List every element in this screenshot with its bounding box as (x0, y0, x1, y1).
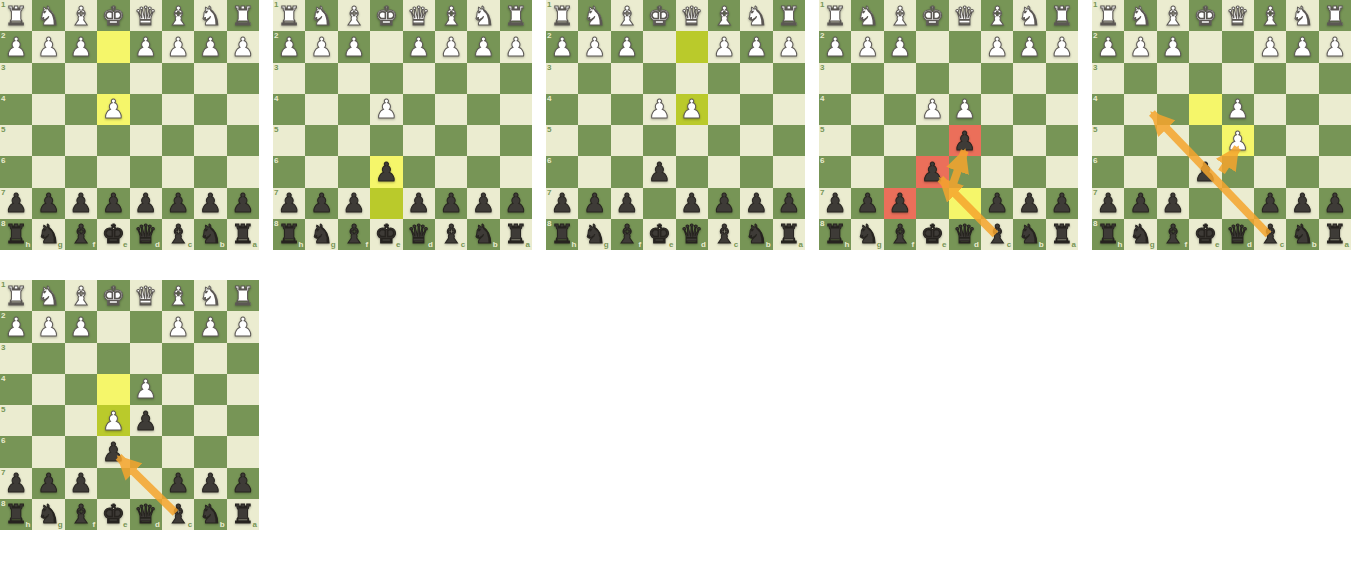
white-pawn[interactable]: ♟ (1097, 34, 1120, 60)
square-d4[interactable]: ♟ (130, 374, 162, 405)
square-c7[interactable]: ♟ (162, 188, 194, 219)
square-h3[interactable]: 3 (819, 63, 851, 94)
square-h1[interactable]: 1♜ (546, 0, 578, 31)
black-pawn[interactable]: ♟ (1050, 190, 1073, 216)
square-a6[interactable] (1046, 156, 1078, 187)
white-king[interactable]: ♚ (102, 283, 125, 309)
white-bishop[interactable]: ♝ (888, 3, 911, 29)
white-pawn[interactable]: ♟ (1291, 34, 1314, 60)
square-h1[interactable]: 1♜ (1092, 0, 1124, 31)
square-c8[interactable]: c♝ (162, 499, 194, 530)
black-rook[interactable]: ♜ (278, 221, 301, 247)
white-pawn[interactable]: ♟ (166, 34, 189, 60)
square-d7[interactable] (949, 188, 981, 219)
black-pawn[interactable]: ♟ (583, 190, 606, 216)
white-pawn[interactable]: ♟ (583, 34, 606, 60)
square-b6[interactable] (740, 156, 772, 187)
square-b5[interactable] (1013, 125, 1045, 156)
square-f5[interactable] (611, 125, 643, 156)
square-d7[interactable] (130, 468, 162, 499)
square-g4[interactable] (32, 374, 64, 405)
square-c1[interactable]: ♝ (162, 280, 194, 311)
square-b4[interactable] (1286, 94, 1318, 125)
white-pawn[interactable]: ♟ (439, 34, 462, 60)
black-pawn[interactable]: ♟ (278, 190, 301, 216)
square-g3[interactable] (32, 63, 64, 94)
square-d5[interactable]: ♟ (130, 405, 162, 436)
white-pawn[interactable]: ♟ (5, 314, 28, 340)
white-knight[interactable]: ♞ (37, 3, 60, 29)
square-c6[interactable] (1254, 156, 1286, 187)
square-b1[interactable]: ♞ (194, 0, 226, 31)
white-queen[interactable]: ♛ (134, 283, 157, 309)
white-knight[interactable]: ♞ (199, 3, 222, 29)
black-queen[interactable]: ♛ (134, 221, 157, 247)
square-e5[interactable] (643, 125, 675, 156)
square-b1[interactable]: ♞ (467, 0, 499, 31)
black-pawn[interactable]: ♟ (1323, 190, 1346, 216)
black-pawn[interactable]: ♟ (824, 190, 847, 216)
square-e8[interactable]: e♚ (97, 219, 129, 250)
square-a3[interactable] (1046, 63, 1078, 94)
square-g2[interactable]: ♟ (32, 31, 64, 62)
square-c1[interactable]: ♝ (708, 0, 740, 31)
square-c7[interactable]: ♟ (1254, 188, 1286, 219)
black-bishop[interactable]: ♝ (342, 221, 365, 247)
black-queen[interactable]: ♛ (1226, 221, 1249, 247)
square-f2[interactable]: ♟ (1157, 31, 1189, 62)
square-b5[interactable] (1286, 125, 1318, 156)
square-h7[interactable]: 7♟ (273, 188, 305, 219)
white-pawn[interactable]: ♟ (504, 34, 527, 60)
black-rook[interactable]: ♜ (231, 501, 254, 527)
square-c4[interactable] (981, 94, 1013, 125)
square-e3[interactable] (370, 63, 402, 94)
square-g8[interactable]: g♞ (851, 219, 883, 250)
square-d8[interactable]: d♛ (130, 499, 162, 530)
black-king[interactable]: ♚ (648, 221, 671, 247)
black-pawn[interactable]: ♟ (985, 190, 1008, 216)
square-d5[interactable]: ♟ (1222, 125, 1254, 156)
square-b7[interactable]: ♟ (1013, 188, 1045, 219)
square-c5[interactable] (162, 405, 194, 436)
square-d6[interactable] (130, 156, 162, 187)
square-f3[interactable] (65, 343, 97, 374)
square-f1[interactable]: ♝ (338, 0, 370, 31)
black-pawn[interactable]: ♟ (134, 408, 157, 434)
square-e5[interactable] (97, 125, 129, 156)
square-g7[interactable]: ♟ (32, 188, 64, 219)
square-a2[interactable]: ♟ (1046, 31, 1078, 62)
square-a2[interactable]: ♟ (500, 31, 532, 62)
square-g6[interactable] (851, 156, 883, 187)
white-pawn[interactable]: ♟ (69, 314, 92, 340)
square-g8[interactable]: g♞ (32, 499, 64, 530)
square-e7[interactable]: ♟ (97, 188, 129, 219)
square-g3[interactable] (851, 63, 883, 94)
square-d6[interactable] (130, 436, 162, 467)
square-a1[interactable]: ♜ (227, 0, 259, 31)
square-f3[interactable] (65, 63, 97, 94)
black-rook[interactable]: ♜ (777, 221, 800, 247)
square-e6[interactable]: ♟ (1189, 156, 1221, 187)
black-pawn[interactable]: ♟ (37, 190, 60, 216)
white-rook[interactable]: ♜ (777, 3, 800, 29)
white-pawn[interactable]: ♟ (921, 96, 944, 122)
black-king[interactable]: ♚ (102, 221, 125, 247)
square-a5[interactable] (500, 125, 532, 156)
square-c4[interactable] (1254, 94, 1286, 125)
white-king[interactable]: ♚ (648, 3, 671, 29)
square-c3[interactable] (162, 343, 194, 374)
square-a2[interactable]: ♟ (227, 31, 259, 62)
square-d8[interactable]: d♛ (403, 219, 435, 250)
white-bishop[interactable]: ♝ (1161, 3, 1184, 29)
square-f2[interactable]: ♟ (65, 311, 97, 342)
square-f3[interactable] (884, 63, 916, 94)
square-a5[interactable] (1046, 125, 1078, 156)
black-pawn[interactable]: ♟ (504, 190, 527, 216)
square-g5[interactable] (305, 125, 337, 156)
square-c8[interactable]: c♝ (981, 219, 1013, 250)
square-a1[interactable]: ♜ (1046, 0, 1078, 31)
square-f5[interactable] (65, 125, 97, 156)
square-h7[interactable]: 7♟ (1092, 188, 1124, 219)
square-b8[interactable]: b♞ (740, 219, 772, 250)
square-h6[interactable]: 6 (0, 436, 32, 467)
black-pawn[interactable]: ♟ (1258, 190, 1281, 216)
black-rook[interactable]: ♜ (1323, 221, 1346, 247)
square-f8[interactable]: f♝ (611, 219, 643, 250)
square-c3[interactable] (981, 63, 1013, 94)
square-f4[interactable] (884, 94, 916, 125)
square-f8[interactable]: f♝ (338, 219, 370, 250)
white-pawn[interactable]: ♟ (1226, 128, 1249, 154)
square-f8[interactable]: f♝ (884, 219, 916, 250)
square-h7[interactable]: 7♟ (0, 468, 32, 499)
square-f5[interactable] (65, 405, 97, 436)
square-d6[interactable] (949, 156, 981, 187)
black-pawn[interactable]: ♟ (1018, 190, 1041, 216)
square-g1[interactable]: ♞ (851, 0, 883, 31)
black-rook[interactable]: ♜ (5, 221, 28, 247)
black-pawn[interactable]: ♟ (745, 190, 768, 216)
white-pawn[interactable]: ♟ (199, 34, 222, 60)
black-king[interactable]: ♚ (102, 501, 125, 527)
square-h3[interactable]: 3 (273, 63, 305, 94)
white-knight[interactable]: ♞ (1291, 3, 1314, 29)
square-b6[interactable] (194, 156, 226, 187)
square-f2[interactable]: ♟ (611, 31, 643, 62)
square-a5[interactable] (773, 125, 805, 156)
square-e1[interactable]: ♚ (97, 0, 129, 31)
white-pawn[interactable]: ♟ (231, 34, 254, 60)
square-f7[interactable]: ♟ (65, 188, 97, 219)
black-king[interactable]: ♚ (921, 221, 944, 247)
square-g8[interactable]: g♞ (1124, 219, 1156, 250)
black-pawn[interactable]: ♟ (856, 190, 879, 216)
black-pawn[interactable]: ♟ (1097, 190, 1120, 216)
square-d6[interactable] (403, 156, 435, 187)
square-b8[interactable]: b♞ (1013, 219, 1045, 250)
black-pawn[interactable]: ♟ (777, 190, 800, 216)
square-h1[interactable]: 1♜ (819, 0, 851, 31)
square-a3[interactable] (1319, 63, 1351, 94)
square-a6[interactable] (1319, 156, 1351, 187)
black-bishop[interactable]: ♝ (888, 221, 911, 247)
square-h2[interactable]: 2♟ (0, 31, 32, 62)
square-a5[interactable] (227, 405, 259, 436)
square-b7[interactable]: ♟ (467, 188, 499, 219)
black-pawn[interactable]: ♟ (342, 190, 365, 216)
square-f6[interactable] (884, 156, 916, 187)
white-pawn[interactable]: ♟ (551, 34, 574, 60)
square-a4[interactable] (1046, 94, 1078, 125)
black-rook[interactable]: ♜ (551, 221, 574, 247)
black-king[interactable]: ♚ (375, 221, 398, 247)
square-g7[interactable]: ♟ (305, 188, 337, 219)
square-c7[interactable]: ♟ (162, 468, 194, 499)
white-pawn[interactable]: ♟ (1323, 34, 1346, 60)
square-e8[interactable]: e♚ (1189, 219, 1221, 250)
square-d5[interactable]: ♟ (949, 125, 981, 156)
black-bishop[interactable]: ♝ (69, 221, 92, 247)
square-e3[interactable] (1189, 63, 1221, 94)
square-b5[interactable] (194, 405, 226, 436)
white-pawn[interactable]: ♟ (1129, 34, 1152, 60)
square-c8[interactable]: c♝ (1254, 219, 1286, 250)
square-d2[interactable] (1222, 31, 1254, 62)
square-e7[interactable] (643, 188, 675, 219)
square-h3[interactable]: 3 (0, 343, 32, 374)
square-e5[interactable] (1189, 125, 1221, 156)
square-a4[interactable] (500, 94, 532, 125)
square-d5[interactable] (130, 125, 162, 156)
square-a4[interactable] (773, 94, 805, 125)
white-rook[interactable]: ♜ (1097, 3, 1120, 29)
square-b2[interactable]: ♟ (467, 31, 499, 62)
square-b4[interactable] (740, 94, 772, 125)
square-h1[interactable]: 1♜ (0, 280, 32, 311)
square-d3[interactable] (676, 63, 708, 94)
square-c5[interactable] (981, 125, 1013, 156)
square-a4[interactable] (227, 374, 259, 405)
square-f8[interactable]: f♝ (65, 499, 97, 530)
square-b8[interactable]: b♞ (467, 219, 499, 250)
square-c2[interactable]: ♟ (1254, 31, 1286, 62)
black-pawn[interactable]: ♟ (166, 470, 189, 496)
square-h4[interactable]: 4 (273, 94, 305, 125)
square-g3[interactable] (305, 63, 337, 94)
white-queen[interactable]: ♛ (953, 3, 976, 29)
square-h4[interactable]: 4 (0, 94, 32, 125)
black-pawn[interactable]: ♟ (5, 190, 28, 216)
black-queen[interactable]: ♛ (407, 221, 430, 247)
black-pawn[interactable]: ♟ (37, 470, 60, 496)
black-knight[interactable]: ♞ (1291, 221, 1314, 247)
square-h7[interactable]: 7♟ (546, 188, 578, 219)
square-h6[interactable]: 6 (819, 156, 851, 187)
square-f5[interactable] (338, 125, 370, 156)
square-g7[interactable]: ♟ (851, 188, 883, 219)
black-pawn[interactable]: ♟ (69, 470, 92, 496)
square-h5[interactable]: 5 (0, 125, 32, 156)
board-5-after-exd5[interactable]: 1♜♞♝♚♛♝♞♜2♟♟♟♟♟♟34♟5♟6♟7♟♟♟♟♟♟8h♜g♞f♝e♚d… (1092, 0, 1351, 250)
square-e5[interactable]: ♟ (97, 405, 129, 436)
square-h3[interactable]: 3 (546, 63, 578, 94)
square-h4[interactable]: 4 (0, 374, 32, 405)
square-b4[interactable] (194, 374, 226, 405)
white-knight[interactable]: ♞ (310, 3, 333, 29)
black-pawn[interactable]: ♟ (615, 190, 638, 216)
square-f3[interactable] (611, 63, 643, 94)
black-rook[interactable]: ♜ (5, 501, 28, 527)
square-f4[interactable] (611, 94, 643, 125)
white-knight[interactable]: ♞ (1129, 3, 1152, 29)
square-g5[interactable] (851, 125, 883, 156)
square-f2[interactable]: ♟ (884, 31, 916, 62)
square-b4[interactable] (1013, 94, 1045, 125)
square-h6[interactable]: 6 (1092, 156, 1124, 187)
square-b2[interactable]: ♟ (194, 31, 226, 62)
square-f6[interactable] (338, 156, 370, 187)
square-g8[interactable]: g♞ (578, 219, 610, 250)
square-f1[interactable]: ♝ (65, 0, 97, 31)
square-h6[interactable]: 6 (273, 156, 305, 187)
square-d3[interactable] (949, 63, 981, 94)
square-d2[interactable]: ♟ (130, 31, 162, 62)
square-a8[interactable]: a♜ (500, 219, 532, 250)
black-pawn[interactable]: ♟ (69, 190, 92, 216)
square-d4[interactable]: ♟ (1222, 94, 1254, 125)
square-e1[interactable]: ♚ (916, 0, 948, 31)
square-f4[interactable] (65, 374, 97, 405)
black-knight[interactable]: ♞ (199, 501, 222, 527)
black-knight[interactable]: ♞ (37, 221, 60, 247)
square-e8[interactable]: e♚ (643, 219, 675, 250)
black-pawn[interactable]: ♟ (166, 190, 189, 216)
square-f5[interactable] (1157, 125, 1189, 156)
square-g5[interactable] (1124, 125, 1156, 156)
square-e8[interactable]: e♚ (370, 219, 402, 250)
square-f1[interactable]: ♝ (884, 0, 916, 31)
square-b3[interactable] (194, 63, 226, 94)
white-pawn[interactable]: ♟ (342, 34, 365, 60)
square-e6[interactable] (97, 156, 129, 187)
square-e1[interactable]: ♚ (1189, 0, 1221, 31)
white-pawn[interactable]: ♟ (648, 96, 671, 122)
white-knight[interactable]: ♞ (199, 283, 222, 309)
square-e3[interactable] (916, 63, 948, 94)
board-1-after-e4[interactable]: 1♜♞♝♚♛♝♞♜2♟♟♟♟♟♟♟34♟567♟♟♟♟♟♟♟♟8h♜g♞f♝e♚… (0, 0, 259, 250)
square-d8[interactable]: d♛ (949, 219, 981, 250)
square-c4[interactable] (162, 374, 194, 405)
black-knight[interactable]: ♞ (583, 221, 606, 247)
black-knight[interactable]: ♞ (37, 501, 60, 527)
square-f8[interactable]: f♝ (1157, 219, 1189, 250)
white-pawn[interactable]: ♟ (37, 34, 60, 60)
square-b6[interactable] (1286, 156, 1318, 187)
white-pawn[interactable]: ♟ (472, 34, 495, 60)
square-a8[interactable]: a♜ (227, 219, 259, 250)
square-b6[interactable] (194, 436, 226, 467)
board-2-after-e6[interactable]: 1♜♞♝♚♛♝♞♜2♟♟♟♟♟♟♟34♟56♟7♟♟♟♟♟♟♟8h♜g♞f♝e♚… (273, 0, 532, 250)
square-f6[interactable] (611, 156, 643, 187)
black-knight[interactable]: ♞ (1018, 221, 1041, 247)
square-e3[interactable] (97, 63, 129, 94)
square-e8[interactable]: e♚ (97, 499, 129, 530)
black-pawn[interactable]: ♟ (199, 470, 222, 496)
square-e2[interactable] (97, 311, 129, 342)
square-a5[interactable] (227, 125, 259, 156)
square-d3[interactable] (1222, 63, 1254, 94)
black-pawn[interactable]: ♟ (1129, 190, 1152, 216)
square-b5[interactable] (740, 125, 772, 156)
white-pawn[interactable]: ♟ (231, 314, 254, 340)
black-queen[interactable]: ♛ (680, 221, 703, 247)
square-e6[interactable]: ♟ (916, 156, 948, 187)
square-e2[interactable] (916, 31, 948, 62)
white-queen[interactable]: ♛ (407, 3, 430, 29)
square-a8[interactable]: a♜ (1046, 219, 1078, 250)
square-h5[interactable]: 5 (819, 125, 851, 156)
white-king[interactable]: ♚ (1194, 3, 1217, 29)
square-b4[interactable] (194, 94, 226, 125)
square-g6[interactable] (1124, 156, 1156, 187)
square-h1[interactable]: 1♜ (273, 0, 305, 31)
white-pawn[interactable]: ♟ (5, 34, 28, 60)
square-c7[interactable]: ♟ (708, 188, 740, 219)
black-pawn[interactable]: ♟ (407, 190, 430, 216)
square-d6[interactable] (676, 156, 708, 187)
square-c1[interactable]: ♝ (435, 0, 467, 31)
square-h8[interactable]: 8h♜ (273, 219, 305, 250)
square-h5[interactable]: 5 (0, 405, 32, 436)
white-bishop[interactable]: ♝ (615, 3, 638, 29)
white-rook[interactable]: ♜ (1050, 3, 1073, 29)
black-rook[interactable]: ♜ (504, 221, 527, 247)
square-e6[interactable]: ♟ (643, 156, 675, 187)
square-c1[interactable]: ♝ (981, 0, 1013, 31)
square-h7[interactable]: 7♟ (819, 188, 851, 219)
square-d1[interactable]: ♛ (130, 280, 162, 311)
square-d5[interactable] (676, 125, 708, 156)
square-h2[interactable]: 2♟ (1092, 31, 1124, 62)
square-b6[interactable] (1013, 156, 1045, 187)
white-pawn[interactable]: ♟ (888, 34, 911, 60)
black-pawn[interactable]: ♟ (375, 159, 398, 185)
square-c4[interactable] (708, 94, 740, 125)
square-e1[interactable]: ♚ (97, 280, 129, 311)
square-h8[interactable]: 8h♜ (546, 219, 578, 250)
black-rook[interactable]: ♜ (1097, 221, 1120, 247)
black-pawn[interactable]: ♟ (231, 190, 254, 216)
black-pawn[interactable]: ♟ (1161, 190, 1184, 216)
square-b3[interactable] (1013, 63, 1045, 94)
square-h8[interactable]: 8h♜ (0, 219, 32, 250)
square-d7[interactable] (1222, 188, 1254, 219)
square-g2[interactable]: ♟ (32, 311, 64, 342)
white-pawn[interactable]: ♟ (278, 34, 301, 60)
square-f4[interactable] (338, 94, 370, 125)
square-b8[interactable]: b♞ (194, 499, 226, 530)
white-rook[interactable]: ♜ (231, 283, 254, 309)
square-a7[interactable]: ♟ (773, 188, 805, 219)
square-b8[interactable]: b♞ (1286, 219, 1318, 250)
square-c3[interactable] (435, 63, 467, 94)
square-a4[interactable] (227, 94, 259, 125)
square-b7[interactable]: ♟ (740, 188, 772, 219)
